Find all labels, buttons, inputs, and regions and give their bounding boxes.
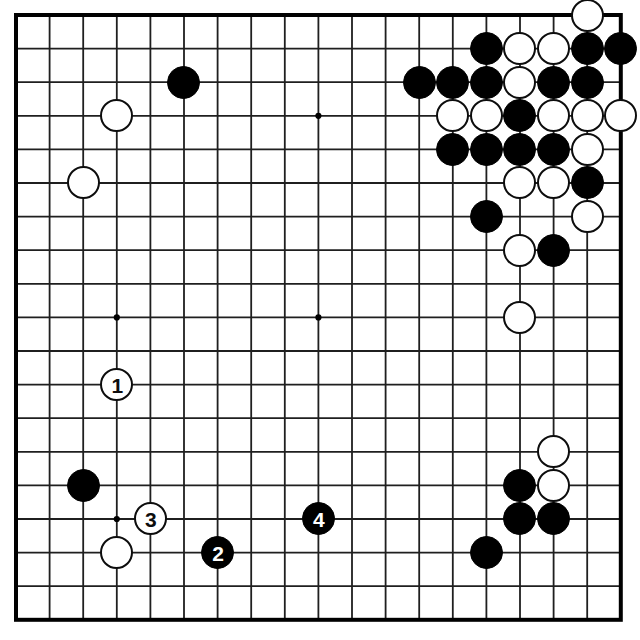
- move-number-label: 3: [145, 508, 156, 530]
- stone-white[interactable]: [571, 0, 604, 32]
- stone-black[interactable]: [167, 66, 200, 99]
- stone-black[interactable]: [403, 66, 436, 99]
- stone-white-move-3[interactable]: 3: [134, 502, 167, 535]
- stone-black[interactable]: [537, 133, 570, 166]
- stone-white[interactable]: [503, 32, 536, 65]
- move-number-label: 4: [313, 508, 324, 530]
- stone-black[interactable]: [571, 66, 604, 99]
- stone-black[interactable]: [503, 133, 536, 166]
- stone-black[interactable]: [571, 32, 604, 65]
- stone-white[interactable]: [537, 166, 570, 199]
- stone-black[interactable]: [537, 502, 570, 535]
- board-intersections[interactable]: 1342: [0, 0, 638, 637]
- stone-black[interactable]: [436, 133, 469, 166]
- stone-white[interactable]: [537, 99, 570, 132]
- stone-white[interactable]: [537, 435, 570, 468]
- stone-black-move-2[interactable]: 2: [201, 536, 234, 569]
- stone-black[interactable]: [537, 66, 570, 99]
- stone-black[interactable]: [537, 234, 570, 267]
- stone-black[interactable]: [470, 536, 503, 569]
- stone-white[interactable]: [537, 469, 570, 502]
- stone-black[interactable]: [436, 66, 469, 99]
- stone-white[interactable]: [436, 99, 469, 132]
- stone-white[interactable]: [604, 99, 637, 132]
- stone-white[interactable]: [537, 32, 570, 65]
- stone-black[interactable]: [470, 133, 503, 166]
- stone-white[interactable]: [67, 166, 100, 199]
- move-number-label: 1: [111, 374, 122, 396]
- stone-black[interactable]: [67, 469, 100, 502]
- stone-black[interactable]: [604, 32, 637, 65]
- stone-white[interactable]: [503, 301, 536, 334]
- stone-white[interactable]: [503, 166, 536, 199]
- stone-white[interactable]: [571, 99, 604, 132]
- stone-white[interactable]: [470, 99, 503, 132]
- stone-white[interactable]: [503, 66, 536, 99]
- stone-white-move-1[interactable]: 1: [100, 368, 133, 401]
- stone-black[interactable]: [470, 66, 503, 99]
- stone-white[interactable]: [100, 99, 133, 132]
- stone-black-move-4[interactable]: 4: [302, 502, 335, 535]
- go-board-diagram: 1342: [0, 0, 640, 640]
- stone-black[interactable]: [470, 32, 503, 65]
- stone-white[interactable]: [100, 536, 133, 569]
- stone-black[interactable]: [503, 469, 536, 502]
- stone-black[interactable]: [503, 502, 536, 535]
- stone-black[interactable]: [503, 99, 536, 132]
- stone-white[interactable]: [571, 133, 604, 166]
- stone-black[interactable]: [571, 166, 604, 199]
- stone-white[interactable]: [571, 200, 604, 233]
- move-number-label: 2: [212, 542, 223, 564]
- stone-black[interactable]: [470, 200, 503, 233]
- stone-white[interactable]: [503, 234, 536, 267]
